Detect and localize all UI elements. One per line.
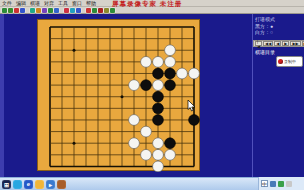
first-move-icon[interactable] [64,8,69,13]
black-stone[interactable] [141,80,152,91]
black-stone[interactable] [165,138,176,149]
white-stone[interactable] [153,56,164,67]
nav-button-2[interactable]: ◀ [274,41,281,46]
menu-item-0[interactable]: 文件 [0,0,14,7]
star-point [73,142,76,145]
app-window: 文件编辑棋谱对弈工具窗口帮助 屏幕录像专家 未注册 打谱模式黑方：●白方：○ |… [0,0,304,190]
tray-icon-volume[interactable] [286,181,292,187]
black-stone[interactable] [165,68,176,79]
white-stone[interactable] [153,138,164,149]
open-file-icon[interactable] [8,8,13,13]
mark-icon[interactable] [86,8,91,13]
setup-icon[interactable] [54,8,59,13]
black-stone[interactable] [153,68,164,79]
black-stone[interactable] [189,115,200,126]
redo-icon[interactable] [36,8,41,13]
recording-icon [278,59,283,64]
black-stone[interactable] [165,80,176,91]
menu-item-6[interactable]: 帮助 [84,0,98,7]
white-stone[interactable] [141,56,152,67]
white-stone[interactable] [189,68,200,79]
game-info-line: 打谱模式 [255,16,275,23]
comment-icon[interactable] [92,8,97,13]
nav-button-4[interactable]: ▶▶ [290,41,300,46]
app-icon[interactable] [57,180,66,189]
new-board-icon[interactable] [2,8,7,13]
next-move-icon[interactable] [76,8,81,13]
pass-icon[interactable] [42,8,47,13]
menu-item-2[interactable]: 棋谱 [28,0,42,7]
white-stone[interactable] [153,161,164,172]
menu-item-1[interactable]: 编辑 [14,0,28,7]
menu-item-4[interactable]: 工具 [56,0,70,7]
recorder-mini-window[interactable]: 录制中 [276,56,303,67]
undo-icon[interactable] [30,8,35,13]
menu-item-3[interactable]: 对弈 [42,0,56,7]
white-stone[interactable] [129,80,140,91]
black-stone[interactable] [153,103,164,114]
save-icon[interactable] [14,8,19,13]
white-stone[interactable] [141,126,152,137]
folder-icon[interactable] [35,180,44,189]
print-icon[interactable] [20,8,25,13]
toolbar [0,7,304,14]
prev-move-icon[interactable] [70,8,75,13]
tray-icon-antivirus[interactable] [278,181,284,187]
player-icon[interactable]: ▸ [46,180,55,189]
window-left-edge [0,14,4,177]
browser-icon[interactable]: e [24,180,33,189]
black-stone[interactable] [153,91,164,102]
system-tray: 中 [258,177,304,190]
board-grid [38,20,201,172]
white-stone[interactable] [153,80,164,91]
white-stone[interactable] [165,149,176,160]
recording-label: 录制中 [284,59,296,64]
language-indicator[interactable]: 中 [261,180,268,187]
nav-button-0[interactable]: |◀ [255,41,262,46]
nav-button-1[interactable]: ◀◀ [263,41,273,46]
white-stone[interactable] [165,56,176,67]
menu-item-5[interactable]: 窗口 [70,0,84,7]
game-info-line: 白方：○ [255,29,275,36]
start-button[interactable]: ⊞ [2,180,11,189]
recorder-watermark-text: 屏幕录像专家 未注册 [112,0,182,7]
white-stone[interactable] [177,68,188,79]
white-stone[interactable] [141,149,152,160]
right-panel: 打谱模式黑方：●白方：○ |◀◀◀◀▶▶▶▶| 棋谱目录 [252,14,304,177]
messenger-icon[interactable] [13,180,22,189]
settings-icon[interactable] [104,8,109,13]
clock-icon[interactable] [98,8,103,13]
star-point [73,49,76,52]
nav-button-3[interactable]: ▶ [282,41,289,46]
black-stone[interactable] [153,115,164,126]
count-icon[interactable] [48,8,53,13]
kifu-list-label: 棋谱目录 [255,49,275,55]
white-stone[interactable] [165,45,176,56]
go-board[interactable] [37,19,200,171]
nav-button-5[interactable]: ▶| [302,41,304,46]
tray-icon-network[interactable] [270,181,276,187]
star-point [121,95,124,98]
game-info-text: 打谱模式黑方：●白方：○ [255,16,275,36]
move-navigation-bar: |◀◀◀◀▶▶▶▶| [253,40,304,47]
white-stone[interactable] [129,138,140,149]
white-stone[interactable] [129,115,140,126]
help-icon[interactable] [110,8,115,13]
white-stone[interactable] [153,149,164,160]
